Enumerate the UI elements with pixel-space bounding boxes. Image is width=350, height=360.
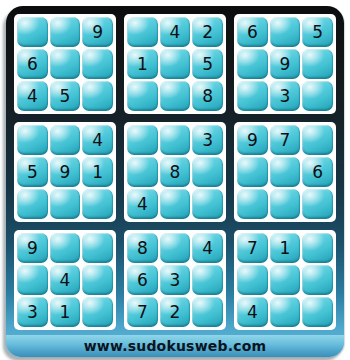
cell-r6c6[interactable] bbox=[192, 189, 223, 219]
cell-r1c2[interactable] bbox=[50, 17, 81, 47]
cell-r7c6[interactable]: 4 bbox=[192, 233, 223, 263]
cell-r3c4[interactable] bbox=[127, 81, 158, 111]
cell-r1c7[interactable]: 6 bbox=[237, 17, 268, 47]
cell-r8c8[interactable] bbox=[270, 265, 301, 295]
cell-r6c4[interactable]: 4 bbox=[127, 189, 158, 219]
cell-r2c1[interactable]: 6 bbox=[17, 49, 48, 79]
cell-r6c8[interactable] bbox=[270, 189, 301, 219]
cell-r8c9[interactable] bbox=[302, 265, 333, 295]
cell-r1c4[interactable] bbox=[127, 17, 158, 47]
cell-r1c6[interactable]: 2 bbox=[192, 17, 223, 47]
cell-r5c3[interactable]: 1 bbox=[82, 157, 113, 187]
cell-r7c8[interactable]: 1 bbox=[270, 233, 301, 263]
cell-r4c9[interactable] bbox=[302, 125, 333, 155]
cell-r2c9[interactable] bbox=[302, 49, 333, 79]
cell-r9c3[interactable] bbox=[82, 297, 113, 327]
cell-r6c9[interactable] bbox=[302, 189, 333, 219]
cell-r5c8[interactable] bbox=[270, 157, 301, 187]
cell-r5c9[interactable]: 6 bbox=[302, 157, 333, 187]
cell-r9c4[interactable]: 7 bbox=[127, 297, 158, 327]
cell-r8c2[interactable]: 4 bbox=[50, 265, 81, 295]
cell-r3c6[interactable]: 8 bbox=[192, 81, 223, 111]
cell-r4c3[interactable]: 4 bbox=[82, 125, 113, 155]
cell-r9c5[interactable]: 2 bbox=[160, 297, 191, 327]
box-r3c2: 846372 bbox=[124, 230, 226, 330]
box-r2c2: 384 bbox=[124, 122, 226, 222]
cell-r1c3[interactable]: 9 bbox=[82, 17, 113, 47]
cell-r4c5[interactable] bbox=[160, 125, 191, 155]
cell-r7c1[interactable]: 9 bbox=[17, 233, 48, 263]
cell-r4c4[interactable] bbox=[127, 125, 158, 155]
cell-r5c5[interactable]: 8 bbox=[160, 157, 191, 187]
cell-r1c5[interactable]: 4 bbox=[160, 17, 191, 47]
cell-r2c2[interactable] bbox=[50, 49, 81, 79]
cell-r6c2[interactable] bbox=[50, 189, 81, 219]
cell-r1c9[interactable]: 5 bbox=[302, 17, 333, 47]
box-r1c2: 42158 bbox=[124, 14, 226, 114]
cell-r1c1[interactable] bbox=[17, 17, 48, 47]
cell-r2c5[interactable] bbox=[160, 49, 191, 79]
cell-r9c6[interactable] bbox=[192, 297, 223, 327]
cell-r2c7[interactable] bbox=[237, 49, 268, 79]
cell-r2c4[interactable]: 1 bbox=[127, 49, 158, 79]
cell-r3c2[interactable]: 5 bbox=[50, 81, 81, 111]
cell-r6c3[interactable] bbox=[82, 189, 113, 219]
box-r3c1: 9431 bbox=[14, 230, 116, 330]
cell-r8c3[interactable] bbox=[82, 265, 113, 295]
cell-r6c1[interactable] bbox=[17, 189, 48, 219]
cell-r8c1[interactable] bbox=[17, 265, 48, 295]
cell-r5c4[interactable] bbox=[127, 157, 158, 187]
box-r1c1: 9645 bbox=[14, 14, 116, 114]
cell-r2c6[interactable]: 5 bbox=[192, 49, 223, 79]
cell-r9c7[interactable]: 4 bbox=[237, 297, 268, 327]
cell-r3c1[interactable]: 4 bbox=[17, 81, 48, 111]
cell-r3c7[interactable] bbox=[237, 81, 268, 111]
cell-r8c4[interactable]: 6 bbox=[127, 265, 158, 295]
sudoku-board: 964542158659345913849769431846372714 bbox=[6, 6, 344, 335]
cell-r9c9[interactable] bbox=[302, 297, 333, 327]
cell-r7c2[interactable] bbox=[50, 233, 81, 263]
cell-r8c5[interactable]: 3 bbox=[160, 265, 191, 295]
cell-r8c7[interactable] bbox=[237, 265, 268, 295]
cell-r6c7[interactable] bbox=[237, 189, 268, 219]
cell-r3c3[interactable] bbox=[82, 81, 113, 111]
box-r2c3: 976 bbox=[234, 122, 336, 222]
cell-r4c8[interactable]: 7 bbox=[270, 125, 301, 155]
cell-r7c5[interactable] bbox=[160, 233, 191, 263]
cell-r4c1[interactable] bbox=[17, 125, 48, 155]
cell-r2c8[interactable]: 9 bbox=[270, 49, 301, 79]
cell-r1c8[interactable] bbox=[270, 17, 301, 47]
cell-r8c6[interactable] bbox=[192, 265, 223, 295]
cell-r7c9[interactable] bbox=[302, 233, 333, 263]
cell-r3c9[interactable] bbox=[302, 81, 333, 111]
cell-r4c6[interactable]: 3 bbox=[192, 125, 223, 155]
cell-r7c3[interactable] bbox=[82, 233, 113, 263]
cell-r3c8[interactable]: 3 bbox=[270, 81, 301, 111]
cell-r7c7[interactable]: 7 bbox=[237, 233, 268, 263]
cell-r5c6[interactable] bbox=[192, 157, 223, 187]
cell-r9c8[interactable] bbox=[270, 297, 301, 327]
cell-r4c2[interactable] bbox=[50, 125, 81, 155]
cell-r9c1[interactable]: 3 bbox=[17, 297, 48, 327]
cell-r9c2[interactable]: 1 bbox=[50, 297, 81, 327]
cell-r5c2[interactable]: 9 bbox=[50, 157, 81, 187]
cell-r5c7[interactable] bbox=[237, 157, 268, 187]
box-r2c1: 4591 bbox=[14, 122, 116, 222]
cell-r5c1[interactable]: 5 bbox=[17, 157, 48, 187]
cell-r3c5[interactable] bbox=[160, 81, 191, 111]
cell-r4c7[interactable]: 9 bbox=[237, 125, 268, 155]
footer-band: www.sudokusweb.com bbox=[6, 335, 344, 357]
sudoku-board-frame: 964542158659345913849769431846372714 www… bbox=[6, 6, 344, 357]
cell-r7c4[interactable]: 8 bbox=[127, 233, 158, 263]
footer-site-link[interactable]: www.sudokusweb.com bbox=[84, 338, 267, 354]
cell-r6c5[interactable] bbox=[160, 189, 191, 219]
box-r3c3: 714 bbox=[234, 230, 336, 330]
box-r1c3: 6593 bbox=[234, 14, 336, 114]
cell-r2c3[interactable] bbox=[82, 49, 113, 79]
